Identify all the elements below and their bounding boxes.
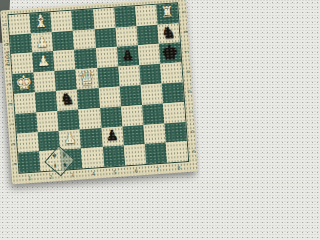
square-e6	[118, 65, 140, 86]
square-d4	[77, 88, 99, 109]
square-a4	[81, 147, 103, 168]
rank-label-5: 5	[104, 166, 126, 177]
piece-white-pawn: ♟	[37, 54, 51, 69]
file-label-g: g	[0, 40, 16, 48]
square-g2: ♟	[31, 32, 53, 53]
square-b7	[143, 123, 165, 144]
piece-black-pawn: ♟	[105, 128, 119, 143]
file-label-c: c	[1, 120, 21, 128]
square-a7	[145, 143, 167, 164]
playing-field: ♝♜♟♞♟♟♚♚♛♞♟♟	[7, 2, 189, 174]
square-f2: ♟	[32, 52, 54, 73]
square-b4	[80, 128, 102, 149]
square-f5	[96, 47, 118, 68]
square-e2	[34, 71, 56, 92]
square-c6	[121, 105, 143, 126]
square-b6	[122, 125, 144, 146]
square-c3	[58, 109, 80, 130]
rank-label-4: 4	[83, 168, 105, 179]
square-g5	[94, 27, 116, 48]
rank-label-8: 8	[168, 162, 190, 173]
square-h7	[135, 5, 157, 26]
square-c5	[100, 106, 122, 127]
file-label-g: g	[174, 28, 194, 36]
board-grid: ♝♜♟♞♟♟♚♚♛♞♟♟	[8, 3, 188, 172]
rank-label-1: 1	[19, 172, 41, 183]
piece-white-queen: ♛	[77, 67, 96, 88]
file-label-e: e	[177, 68, 197, 76]
square-g4	[73, 29, 95, 50]
square-a5	[102, 146, 124, 167]
square-c7	[142, 103, 164, 124]
square-h4	[72, 9, 94, 30]
chess-board-mat: CHESS hgfedcba hgfedcba 12345678 ♝♜♟♞♟♟♚…	[0, 0, 198, 184]
piece-white-rook: ♜	[160, 5, 174, 21]
square-d6	[119, 85, 141, 106]
file-label-f: f	[0, 60, 18, 68]
square-d2	[35, 91, 57, 112]
file-label-b: b	[3, 140, 23, 148]
file-label-a: a	[4, 160, 24, 168]
square-e4: ♛	[76, 68, 98, 89]
square-d5	[98, 87, 120, 108]
square-h6	[114, 6, 136, 27]
rank-label-2: 2	[40, 171, 62, 182]
piece-black-knight: ♞	[60, 91, 75, 108]
file-label-a: a	[183, 147, 200, 155]
square-e5	[97, 67, 119, 88]
file-label-c: c	[180, 108, 200, 116]
square-a6	[124, 144, 146, 165]
square-e3	[55, 70, 77, 91]
square-f7	[138, 44, 160, 65]
square-g6	[115, 26, 137, 47]
square-b5: ♟	[101, 126, 123, 147]
maker-logo-pieces: ♚♛♝♞	[49, 150, 70, 171]
rank-label-3: 3	[61, 169, 83, 180]
square-h3	[51, 11, 73, 32]
rank-label-6: 6	[125, 165, 147, 176]
piece-white-pawn: ♟	[35, 34, 49, 49]
file-label-h: h	[173, 8, 193, 16]
square-c2	[36, 111, 58, 132]
square-h2: ♝	[30, 12, 52, 33]
square-b3: ♟	[59, 129, 81, 150]
square-d7	[140, 84, 162, 105]
rank-label-7: 7	[147, 163, 169, 174]
file-label-d: d	[0, 100, 20, 108]
square-g3	[52, 30, 74, 51]
file-label-f: f	[176, 48, 196, 56]
file-label-h: h	[0, 20, 15, 28]
file-label-b: b	[181, 127, 200, 135]
square-f3	[53, 50, 75, 71]
square-e7	[139, 64, 161, 85]
square-h5	[93, 8, 115, 29]
square-d3: ♞	[56, 90, 78, 111]
square-c4	[79, 108, 101, 129]
piece-white-pawn: ♟	[63, 131, 77, 146]
piece-white-bishop: ♝	[33, 13, 49, 31]
piece-black-pawn: ♟	[121, 48, 135, 63]
square-f6: ♟	[117, 46, 139, 67]
file-label-d: d	[179, 88, 199, 96]
file-label-e: e	[0, 80, 19, 88]
square-g7	[136, 24, 158, 45]
